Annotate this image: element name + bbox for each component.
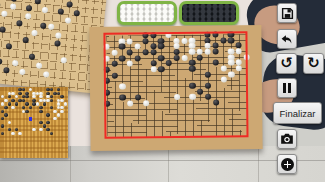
black-stone: [39, 121, 42, 124]
white-stone: [60, 110, 63, 113]
white-stone: [29, 88, 32, 91]
black-stone: [8, 102, 11, 105]
black-stone: [50, 106, 53, 109]
main-go-board-photo: [89, 25, 262, 151]
black-stone: [5, 43, 12, 50]
white-stone: [11, 132, 14, 135]
black-stone: [57, 8, 64, 15]
black-stone: [22, 106, 25, 109]
black-stone: [73, 10, 80, 17]
white-stone: [19, 68, 26, 75]
pause-button[interactable]: [277, 78, 297, 98]
white-stone: [36, 62, 43, 69]
finalize-button[interactable]: Finalizar: [273, 102, 322, 124]
pause-icon: [283, 83, 286, 93]
white-stone: [11, 92, 14, 95]
white-stones-bowl: [117, 1, 177, 25]
black-stone: [46, 113, 49, 116]
black-stone: [15, 102, 18, 105]
black-stone: [3, 67, 10, 74]
white-stone: [10, 3, 17, 10]
black-stone: [0, 26, 6, 33]
black-stone: [15, 128, 18, 131]
black-stone: [8, 128, 11, 131]
floppy-disk-icon: [281, 7, 294, 20]
undo-button[interactable]: [277, 29, 297, 49]
black-stone: [10, 0, 17, 2]
camera-icon: [280, 133, 294, 145]
white-stone: [64, 102, 67, 105]
black-stone: [4, 113, 7, 116]
black-stone: [1, 117, 4, 120]
black-stone: [16, 20, 23, 27]
black-stone: [50, 99, 53, 102]
black-stone: [40, 22, 47, 29]
save-button[interactable]: [277, 3, 297, 23]
white-stone: [12, 60, 19, 67]
pause-icon: [288, 83, 291, 93]
black-stone: [28, 53, 35, 60]
black-stone: [54, 40, 61, 47]
white-stone: [55, 32, 62, 39]
white-stone: [53, 117, 56, 120]
white-stone: [64, 17, 71, 24]
white-stone: [32, 95, 35, 98]
black-stone: [43, 124, 46, 127]
black-stone: [1, 124, 4, 127]
white-stone: [48, 23, 55, 30]
black-stone: [50, 132, 53, 135]
black-stones-bowl: [179, 1, 239, 25]
rotate-counterclockwise-button[interactable]: ↺: [276, 53, 297, 74]
black-stone: [46, 121, 49, 124]
black-stone: [11, 99, 14, 102]
white-stone: [60, 99, 63, 102]
black-stone: [50, 95, 53, 98]
white-stone: [60, 57, 67, 64]
white-stone: [11, 106, 14, 109]
floor-tile-seam: [168, 146, 169, 182]
black-stone: [50, 88, 53, 91]
floor-tile-seam: [70, 146, 71, 182]
add-button[interactable]: [277, 154, 297, 174]
black-stone: [46, 128, 49, 131]
white-stone: [43, 71, 50, 78]
white-stone: [1, 95, 4, 98]
rotate-cw-icon: ↻: [307, 56, 320, 71]
black-stone: [0, 1, 1, 8]
rotate-clockwise-button[interactable]: ↻: [303, 53, 324, 74]
white-stone: [39, 128, 42, 131]
black-stone: [39, 106, 42, 109]
black-stone: [25, 102, 28, 105]
white-stone: [39, 95, 42, 98]
black-stone: [4, 106, 7, 109]
black-stone: [39, 110, 42, 113]
black-stone: [60, 95, 63, 98]
black-stone: [43, 102, 46, 105]
white-stone: [41, 6, 48, 13]
black-stone: [22, 37, 29, 44]
black-stone: [18, 92, 21, 95]
ar-go-scanner-screen: ↺ ↻ Finalizar: [0, 0, 325, 182]
white-stone: [31, 29, 38, 36]
white-stone: [18, 132, 21, 135]
rotate-ccw-icon: ↺: [280, 56, 293, 71]
black-stone: [22, 88, 25, 91]
calibration-frame: [103, 31, 248, 139]
plus-icon: [281, 158, 294, 171]
black-stone: [29, 106, 32, 109]
white-stone: [8, 121, 11, 124]
last-move-marker: [29, 117, 33, 121]
white-stone: [1, 102, 4, 105]
white-stone: [25, 13, 32, 20]
white-stone: [57, 113, 60, 116]
black-stone: [34, 0, 41, 5]
black-stone: [26, 5, 33, 12]
mini-board-overlay: [0, 87, 68, 158]
black-stone: [57, 88, 60, 91]
black-stone: [0, 58, 3, 65]
black-stone: [1, 132, 4, 135]
black-stone: [25, 110, 28, 113]
white-stone: [15, 95, 18, 98]
white-stone: [53, 110, 56, 113]
black-stone: [8, 95, 11, 98]
undo-arrow-icon: [280, 33, 294, 46]
black-stone: [25, 95, 28, 98]
white-stone: [4, 99, 7, 102]
white-stone: [32, 128, 35, 131]
white-stone: [36, 102, 39, 105]
floor-tile-seam: [258, 146, 259, 182]
white-stone: [1, 10, 8, 17]
camera-button[interactable]: [277, 129, 297, 149]
black-stone: [66, 1, 73, 8]
white-stone: [60, 106, 63, 109]
